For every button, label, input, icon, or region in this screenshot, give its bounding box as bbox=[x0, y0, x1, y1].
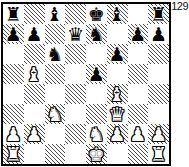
white-bishop-icon: ♝ bbox=[109, 85, 126, 104]
square-h7: ♟ bbox=[148, 24, 169, 44]
square-a7: ♟ bbox=[3, 24, 24, 44]
white-pawn-icon: ♟ bbox=[129, 125, 146, 144]
square-f4: ♝ bbox=[107, 84, 128, 104]
square-e1: ♚ bbox=[86, 144, 107, 164]
square-a3 bbox=[3, 104, 24, 124]
square-g5 bbox=[128, 64, 149, 84]
square-c5 bbox=[45, 64, 66, 84]
black-pawn-icon: ♟ bbox=[129, 25, 146, 44]
diagram-number: 129 bbox=[171, 0, 188, 13]
square-b2: ♟ bbox=[24, 124, 45, 144]
square-d6 bbox=[65, 44, 86, 64]
black-knight-icon: ♞ bbox=[46, 45, 63, 64]
square-c6: ♞ bbox=[45, 44, 66, 64]
square-f6: ♟ bbox=[107, 44, 128, 64]
square-h5 bbox=[148, 64, 169, 84]
black-pawn-icon: ♟ bbox=[26, 25, 43, 44]
square-f2: ♟ bbox=[107, 124, 128, 144]
white-pawn-icon: ♟ bbox=[5, 125, 22, 144]
square-e8: ♚ bbox=[86, 4, 107, 24]
square-h6 bbox=[148, 44, 169, 64]
square-b1 bbox=[24, 144, 45, 164]
square-g6 bbox=[128, 44, 149, 64]
square-d8 bbox=[65, 4, 86, 24]
white-knight-icon: ♞ bbox=[46, 105, 63, 124]
black-bishop-icon: ♝ bbox=[109, 5, 126, 24]
square-a4 bbox=[3, 84, 24, 104]
square-b5: ♝ bbox=[24, 64, 45, 84]
square-f8: ♝ bbox=[107, 4, 128, 24]
white-pawn-icon: ♟ bbox=[109, 125, 126, 144]
white-pawn-icon: ♟ bbox=[26, 125, 43, 144]
square-d3 bbox=[65, 104, 86, 124]
black-pawn-icon: ♟ bbox=[109, 45, 126, 64]
white-queen-icon: ♛ bbox=[109, 105, 126, 124]
diagram-page: ♜♝♚♝♜♟♟♛♞♟♟♞♟♝♟♝♞♛♟♟♞♟♟♟♜♚♜ 129 bbox=[0, 0, 189, 167]
square-g1 bbox=[128, 144, 149, 164]
square-c4 bbox=[45, 84, 66, 104]
black-pawn-icon: ♟ bbox=[88, 65, 105, 84]
white-bishop-icon: ♝ bbox=[26, 65, 43, 84]
square-d4 bbox=[65, 84, 86, 104]
square-h1: ♜ bbox=[148, 144, 169, 164]
white-rook-icon: ♜ bbox=[150, 145, 167, 164]
black-king-icon: ♚ bbox=[88, 5, 105, 24]
white-knight-icon: ♞ bbox=[88, 125, 105, 144]
white-pawn-icon: ♟ bbox=[150, 125, 167, 144]
square-b3 bbox=[24, 104, 45, 124]
square-h3 bbox=[148, 104, 169, 124]
square-e4 bbox=[86, 84, 107, 104]
square-h4 bbox=[148, 84, 169, 104]
square-e7: ♞ bbox=[86, 24, 107, 44]
square-a2: ♟ bbox=[3, 124, 24, 144]
square-b7: ♟ bbox=[24, 24, 45, 44]
square-d1 bbox=[65, 144, 86, 164]
square-g3 bbox=[128, 104, 149, 124]
black-rook-icon: ♜ bbox=[150, 5, 167, 24]
square-d7: ♛ bbox=[65, 24, 86, 44]
black-queen-icon: ♛ bbox=[67, 25, 84, 44]
black-pawn-icon: ♟ bbox=[150, 25, 167, 44]
square-g8 bbox=[128, 4, 149, 24]
square-a5 bbox=[3, 64, 24, 84]
square-e6 bbox=[86, 44, 107, 64]
square-f1 bbox=[107, 144, 128, 164]
white-rook-icon: ♜ bbox=[5, 145, 22, 164]
square-h8: ♜ bbox=[148, 4, 169, 24]
square-c2 bbox=[45, 124, 66, 144]
square-b4 bbox=[24, 84, 45, 104]
square-d5 bbox=[65, 64, 86, 84]
square-f5 bbox=[107, 64, 128, 84]
square-f3: ♛ bbox=[107, 104, 128, 124]
square-g2: ♟ bbox=[128, 124, 149, 144]
square-c7 bbox=[45, 24, 66, 44]
white-king-icon: ♚ bbox=[88, 145, 105, 164]
square-a6 bbox=[3, 44, 24, 64]
black-pawn-icon: ♟ bbox=[5, 25, 22, 44]
black-bishop-icon: ♝ bbox=[46, 5, 63, 24]
black-knight-icon: ♞ bbox=[88, 25, 105, 44]
square-g7: ♟ bbox=[128, 24, 149, 44]
square-c3: ♞ bbox=[45, 104, 66, 124]
square-a8: ♜ bbox=[3, 4, 24, 24]
square-b8 bbox=[24, 4, 45, 24]
black-rook-icon: ♜ bbox=[5, 5, 22, 24]
square-c1 bbox=[45, 144, 66, 164]
square-e5: ♟ bbox=[86, 64, 107, 84]
square-e3 bbox=[86, 104, 107, 124]
chess-board: ♜♝♚♝♜♟♟♛♞♟♟♞♟♝♟♝♞♛♟♟♞♟♟♟♜♚♜ bbox=[1, 2, 171, 166]
square-b6 bbox=[24, 44, 45, 64]
square-c8: ♝ bbox=[45, 4, 66, 24]
square-e2: ♞ bbox=[86, 124, 107, 144]
square-d2 bbox=[65, 124, 86, 144]
square-h2: ♟ bbox=[148, 124, 169, 144]
square-f7 bbox=[107, 24, 128, 44]
square-g4 bbox=[128, 84, 149, 104]
square-a1: ♜ bbox=[3, 144, 24, 164]
